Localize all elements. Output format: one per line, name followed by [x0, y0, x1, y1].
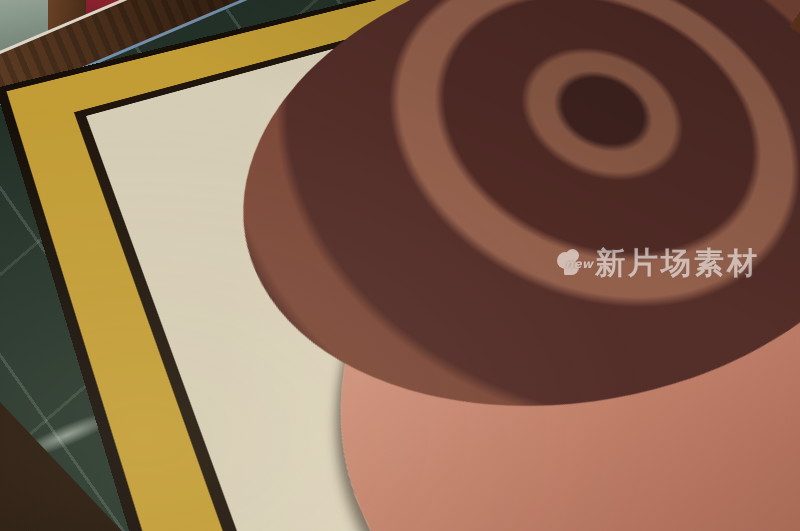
- watermark-text: 新片场素材: [595, 243, 760, 284]
- watermark-logo-text: new: [565, 257, 593, 271]
- watermark: new 新片场素材: [556, 243, 760, 284]
- photo-canvas: new 新片场素材: [0, 0, 800, 531]
- watermark-logo-icon: new: [556, 249, 586, 279]
